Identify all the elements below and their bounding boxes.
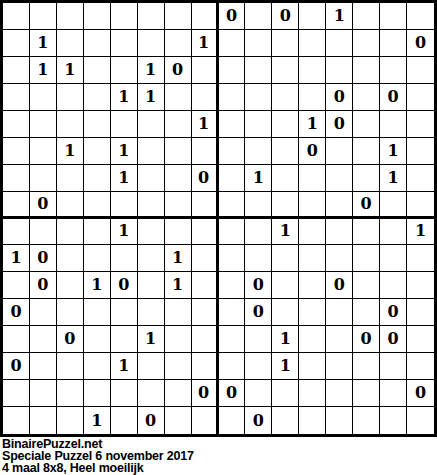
cell-r13c1[interactable] (3, 326, 30, 353)
cell-r9c9[interactable] (219, 219, 246, 246)
cell-r9c15[interactable] (380, 219, 407, 246)
cell-r9c13[interactable] (326, 219, 353, 246)
cell-r5c14[interactable] (353, 111, 380, 138)
cell-r11c13: 0 (326, 272, 353, 299)
cell-r16c12[interactable] (299, 407, 326, 434)
cell-r10c7: 1 (165, 245, 192, 272)
cell-r2c13[interactable] (326, 30, 353, 57)
cell-r6c9[interactable] (219, 138, 246, 165)
cell-r11c16[interactable] (407, 272, 434, 299)
cell-r14c2[interactable] (30, 353, 57, 380)
cell-r7c13[interactable] (326, 165, 353, 192)
cell-r4c16[interactable] (407, 84, 434, 111)
cell-r15c3[interactable] (57, 380, 84, 407)
cell-r11c15[interactable] (380, 272, 407, 299)
cell-r4c9[interactable] (219, 84, 246, 111)
cell-r9c4[interactable] (84, 219, 111, 246)
cell-r5c15[interactable] (380, 111, 407, 138)
cell-r14c13[interactable] (326, 353, 353, 380)
puzzle-footer: BinairePuzzel.net Speciale Puzzel 6 nove… (0, 437, 437, 474)
cell-r4c14[interactable] (353, 84, 380, 111)
cell-r5c11[interactable] (272, 111, 299, 138)
cell-r6c3: 1 (57, 138, 84, 165)
cell-r7c1[interactable] (3, 165, 30, 192)
cell-r1c8[interactable] (192, 3, 219, 30)
cell-r11c5: 0 (111, 272, 138, 299)
cell-r13c10[interactable] (245, 326, 272, 353)
cell-r14c15[interactable] (380, 353, 407, 380)
cell-r16c3[interactable] (57, 407, 84, 434)
cell-r8c10[interactable] (245, 192, 272, 219)
cell-r9c8[interactable] (192, 219, 219, 246)
cell-r9c10[interactable] (245, 219, 272, 246)
cell-r15c5[interactable] (111, 380, 138, 407)
cell-r16c8[interactable] (192, 407, 219, 434)
cell-r10c16[interactable] (407, 245, 434, 272)
cell-r16c13[interactable] (326, 407, 353, 434)
cell-r8c16[interactable] (407, 192, 434, 219)
cell-r7c12[interactable] (299, 165, 326, 192)
cell-r1c1[interactable] (3, 3, 30, 30)
cell-r15c12[interactable] (299, 380, 326, 407)
cell-r7c6[interactable] (138, 165, 165, 192)
cell-r12c5[interactable] (111, 299, 138, 326)
cell-r5c12: 1 (299, 111, 326, 138)
cell-r3c2: 1 (30, 57, 57, 84)
cell-r15c1[interactable] (3, 380, 30, 407)
cell-r15c4[interactable] (84, 380, 111, 407)
cell-r1c6[interactable] (138, 3, 165, 30)
cell-r13c11: 1 (272, 326, 299, 353)
cell-r3c14[interactable] (353, 57, 380, 84)
cell-r16c1[interactable] (3, 407, 30, 434)
cell-r8c9[interactable] (219, 192, 246, 219)
cell-r11c6[interactable] (138, 272, 165, 299)
cell-r13c14: 0 (353, 326, 380, 353)
cell-r5c9[interactable] (219, 111, 246, 138)
cell-r3c7: 0 (165, 57, 192, 84)
cell-r11c8[interactable] (192, 272, 219, 299)
cell-r12c9[interactable] (219, 299, 246, 326)
cell-r7c14[interactable] (353, 165, 380, 192)
cell-r7c11[interactable] (272, 165, 299, 192)
cell-r10c13[interactable] (326, 245, 353, 272)
cell-r15c9: 0 (219, 380, 246, 407)
cell-r7c7[interactable] (165, 165, 192, 192)
cell-r2c14[interactable] (353, 30, 380, 57)
cell-r10c3[interactable] (57, 245, 84, 272)
cell-r9c2[interactable] (30, 219, 57, 246)
cell-r4c13: 0 (326, 84, 353, 111)
cell-r10c11[interactable] (272, 245, 299, 272)
cell-r6c6[interactable] (138, 138, 165, 165)
cell-r8c7[interactable] (165, 192, 192, 219)
cell-r4c2[interactable] (30, 84, 57, 111)
cell-r2c8: 1 (192, 30, 219, 57)
cell-r13c3: 0 (57, 326, 84, 353)
cell-r1c7[interactable] (165, 3, 192, 30)
cell-r12c13[interactable] (326, 299, 353, 326)
cell-r15c16: 0 (407, 380, 434, 407)
cell-r1c14[interactable] (353, 3, 380, 30)
cell-r13c9[interactable] (219, 326, 246, 353)
cell-r10c6[interactable] (138, 245, 165, 272)
cell-r14c5: 1 (111, 353, 138, 380)
cell-r15c10[interactable] (245, 380, 272, 407)
cell-r10c5[interactable] (111, 245, 138, 272)
cell-r11c9[interactable] (219, 272, 246, 299)
cell-r13c12[interactable] (299, 326, 326, 353)
cell-r10c14[interactable] (353, 245, 380, 272)
cell-r1c3[interactable] (57, 3, 84, 30)
cell-r11c14[interactable] (353, 272, 380, 299)
cell-r9c16: 1 (407, 219, 434, 246)
cell-r15c8: 0 (192, 380, 219, 407)
cell-r9c7[interactable] (165, 219, 192, 246)
cell-r5c6[interactable] (138, 111, 165, 138)
cell-r15c11[interactable] (272, 380, 299, 407)
cell-r5c1[interactable] (3, 111, 30, 138)
cell-r16c5[interactable] (111, 407, 138, 434)
cell-r1c12[interactable] (299, 3, 326, 30)
cell-r10c15[interactable] (380, 245, 407, 272)
cell-r4c10[interactable] (245, 84, 272, 111)
cell-r9c1[interactable] (3, 219, 30, 246)
cell-r5c7[interactable] (165, 111, 192, 138)
cell-r10c8[interactable] (192, 245, 219, 272)
cell-r6c4[interactable] (84, 138, 111, 165)
cell-r2c5[interactable] (111, 30, 138, 57)
cell-r1c4[interactable] (84, 3, 111, 30)
cell-r2c1[interactable] (3, 30, 30, 57)
cell-r16c9[interactable] (219, 407, 246, 434)
cell-r6c7[interactable] (165, 138, 192, 165)
cell-r1c16[interactable] (407, 3, 434, 30)
cell-r5c10[interactable] (245, 111, 272, 138)
cell-r3c6: 1 (138, 57, 165, 84)
cell-r3c16[interactable] (407, 57, 434, 84)
cell-r11c2: 0 (30, 272, 57, 299)
cell-r6c13[interactable] (326, 138, 353, 165)
cell-r13c15: 0 (380, 326, 407, 353)
cell-r9c11: 1 (272, 219, 299, 246)
cell-r4c5: 1 (111, 84, 138, 111)
cell-r15c13[interactable] (326, 380, 353, 407)
cell-r2c2: 1 (30, 30, 57, 57)
cell-r16c7[interactable] (165, 407, 192, 434)
cell-r10c12[interactable] (299, 245, 326, 272)
cell-r2c6[interactable] (138, 30, 165, 57)
cell-r2c3[interactable] (57, 30, 84, 57)
cell-r11c12[interactable] (299, 272, 326, 299)
cell-r11c4: 1 (84, 272, 111, 299)
cell-r6c15: 1 (380, 138, 407, 165)
cell-r4c3[interactable] (57, 84, 84, 111)
cell-r10c9[interactable] (219, 245, 246, 272)
cell-r13c16[interactable] (407, 326, 434, 353)
cell-r11c10: 0 (245, 272, 272, 299)
cell-r4c8[interactable] (192, 84, 219, 111)
cell-r11c7: 1 (165, 272, 192, 299)
cell-r9c3[interactable] (57, 219, 84, 246)
cell-r12c7[interactable] (165, 299, 192, 326)
cell-r6c1[interactable] (3, 138, 30, 165)
cell-r2c16: 0 (407, 30, 434, 57)
cell-r14c1: 0 (3, 353, 30, 380)
cell-r13c4[interactable] (84, 326, 111, 353)
cell-r8c3[interactable] (57, 192, 84, 219)
cell-r10c4[interactable] (84, 245, 111, 272)
cell-r3c11[interactable] (272, 57, 299, 84)
cell-r2c9[interactable] (219, 30, 246, 57)
cell-r6c8[interactable] (192, 138, 219, 165)
cell-r7c16[interactable] (407, 165, 434, 192)
cell-r3c3: 1 (57, 57, 84, 84)
cell-r2c11[interactable] (272, 30, 299, 57)
cell-r4c11[interactable] (272, 84, 299, 111)
cell-r6c5: 1 (111, 138, 138, 165)
cell-r6c14[interactable] (353, 138, 380, 165)
cell-r6c2[interactable] (30, 138, 57, 165)
cell-r14c14[interactable] (353, 353, 380, 380)
cell-r9c12[interactable] (299, 219, 326, 246)
cell-r15c15[interactable] (380, 380, 407, 407)
cell-r15c14[interactable] (353, 380, 380, 407)
cell-r4c6: 1 (138, 84, 165, 111)
cell-r6c16[interactable] (407, 138, 434, 165)
cell-r11c1[interactable] (3, 272, 30, 299)
cell-r7c4[interactable] (84, 165, 111, 192)
cell-r1c10[interactable] (245, 3, 272, 30)
cell-r1c2[interactable] (30, 3, 57, 30)
cell-r16c15[interactable] (380, 407, 407, 434)
cell-r3c5[interactable] (111, 57, 138, 84)
cell-r8c14: 0 (353, 192, 380, 219)
cell-r3c4[interactable] (84, 57, 111, 84)
cell-r1c11: 0 (272, 3, 299, 30)
cell-r14c4[interactable] (84, 353, 111, 380)
cell-r6c12: 0 (299, 138, 326, 165)
cell-r12c3[interactable] (57, 299, 84, 326)
cell-r4c4[interactable] (84, 84, 111, 111)
cell-r13c7[interactable] (165, 326, 192, 353)
cell-r1c5[interactable] (111, 3, 138, 30)
cell-r14c9[interactable] (219, 353, 246, 380)
cell-r2c10[interactable] (245, 30, 272, 57)
cell-r16c6: 0 (138, 407, 165, 434)
binary-puzzle-board: 0011101110110011011011011001111010101000… (0, 0, 437, 437)
cell-r14c11: 1 (272, 353, 299, 380)
cell-r1c13: 1 (326, 3, 353, 30)
cell-r12c2[interactable] (30, 299, 57, 326)
cell-r8c1[interactable] (3, 192, 30, 219)
cell-r7c15: 1 (380, 165, 407, 192)
cell-r3c8[interactable] (192, 57, 219, 84)
cell-r13c5[interactable] (111, 326, 138, 353)
cell-r14c16[interactable] (407, 353, 434, 380)
cell-r12c4[interactable] (84, 299, 111, 326)
cell-r16c4: 1 (84, 407, 111, 434)
cell-r14c7[interactable] (165, 353, 192, 380)
cell-r12c6[interactable] (138, 299, 165, 326)
cell-r10c1: 1 (3, 245, 30, 272)
puzzle-page: 0011101110110011011011011001111010101000… (0, 0, 437, 475)
cell-r5c5[interactable] (111, 111, 138, 138)
cell-r2c12[interactable] (299, 30, 326, 57)
cell-r13c6: 1 (138, 326, 165, 353)
cell-r9c6[interactable] (138, 219, 165, 246)
cell-r5c16[interactable] (407, 111, 434, 138)
cell-r1c15[interactable] (380, 3, 407, 30)
cell-r14c10[interactable] (245, 353, 272, 380)
cell-r5c13: 0 (326, 111, 353, 138)
cell-r14c3[interactable] (57, 353, 84, 380)
cell-r13c13[interactable] (326, 326, 353, 353)
cell-r5c2[interactable] (30, 111, 57, 138)
cell-r12c12[interactable] (299, 299, 326, 326)
cell-r8c15[interactable] (380, 192, 407, 219)
cell-r3c13[interactable] (326, 57, 353, 84)
cell-r11c11[interactable] (272, 272, 299, 299)
cell-r8c4[interactable] (84, 192, 111, 219)
cell-r8c11[interactable] (272, 192, 299, 219)
cell-r8c12[interactable] (299, 192, 326, 219)
cell-r5c3[interactable] (57, 111, 84, 138)
cell-r7c9[interactable] (219, 165, 246, 192)
cell-r12c10: 0 (245, 299, 272, 326)
cell-r15c7[interactable] (165, 380, 192, 407)
cell-r16c10: 0 (245, 407, 272, 434)
cell-r11c3[interactable] (57, 272, 84, 299)
cell-r14c6[interactable] (138, 353, 165, 380)
cell-r8c8[interactable] (192, 192, 219, 219)
cell-r3c10[interactable] (245, 57, 272, 84)
cell-r16c14[interactable] (353, 407, 380, 434)
cell-r4c12[interactable] (299, 84, 326, 111)
cell-r6c10[interactable] (245, 138, 272, 165)
cell-r7c10: 1 (245, 165, 272, 192)
cell-r14c12[interactable] (299, 353, 326, 380)
cell-r12c11[interactable] (272, 299, 299, 326)
cell-r12c16[interactable] (407, 299, 434, 326)
cell-r16c11[interactable] (272, 407, 299, 434)
cell-r15c6[interactable] (138, 380, 165, 407)
cell-r3c1[interactable] (3, 57, 30, 84)
cell-r7c2[interactable] (30, 165, 57, 192)
cell-r12c1: 0 (3, 299, 30, 326)
cell-r7c3[interactable] (57, 165, 84, 192)
puzzle-subtitle: 4 maal 8x8, Heel moeilijk (2, 462, 437, 474)
cell-r8c13[interactable] (326, 192, 353, 219)
cell-r9c5: 1 (111, 219, 138, 246)
cell-r14c8[interactable] (192, 353, 219, 380)
cell-r3c12[interactable] (299, 57, 326, 84)
cell-r10c10[interactable] (245, 245, 272, 272)
cell-r2c4[interactable] (84, 30, 111, 57)
cell-r7c8: 0 (192, 165, 219, 192)
cell-r9c14[interactable] (353, 219, 380, 246)
cell-r16c16[interactable] (407, 407, 434, 434)
cell-r5c4[interactable] (84, 111, 111, 138)
cell-r6c11[interactable] (272, 138, 299, 165)
cell-r4c1[interactable] (3, 84, 30, 111)
cell-r8c6[interactable] (138, 192, 165, 219)
cell-r12c8[interactable] (192, 299, 219, 326)
cell-r16c2[interactable] (30, 407, 57, 434)
cell-r5c8: 1 (192, 111, 219, 138)
cell-r15c2[interactable] (30, 380, 57, 407)
cell-r8c2: 0 (30, 192, 57, 219)
cell-r3c15[interactable] (380, 57, 407, 84)
cell-r2c15[interactable] (380, 30, 407, 57)
cell-r13c8[interactable] (192, 326, 219, 353)
cell-r4c15: 0 (380, 84, 407, 111)
cell-r1c9: 0 (219, 3, 246, 30)
cell-r13c2[interactable] (30, 326, 57, 353)
cell-r4c7[interactable] (165, 84, 192, 111)
cell-r12c15: 0 (380, 299, 407, 326)
cell-r7c5: 1 (111, 165, 138, 192)
cell-r10c2: 0 (30, 245, 57, 272)
cell-r8c5[interactable] (111, 192, 138, 219)
cell-r3c9[interactable] (219, 57, 246, 84)
cell-r2c7[interactable] (165, 30, 192, 57)
cell-r12c14[interactable] (353, 299, 380, 326)
